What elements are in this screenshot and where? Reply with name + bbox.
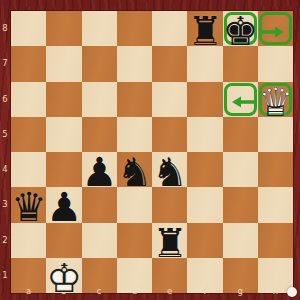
- black-pawn-glyph: ♟: [46, 187, 82, 227]
- square-c7[interactable]: [82, 46, 117, 81]
- black-knight-glyph: ♞: [117, 152, 153, 192]
- white-queen-h6[interactable]: ♛♕: [258, 82, 293, 117]
- black-knight-glyph: ♞: [152, 152, 188, 192]
- black-rook-glyph: ♜: [152, 223, 188, 263]
- board-frame: ♜♚♛♕♟♞♞♛♟♜♚♔ 87654321abcdefgh: [0, 0, 300, 300]
- square-a4[interactable]: [11, 152, 46, 187]
- square-f2[interactable]: [187, 223, 222, 258]
- square-a5[interactable]: [11, 117, 46, 152]
- black-king-g8[interactable]: ♚: [223, 11, 258, 46]
- square-e6[interactable]: [152, 82, 187, 117]
- square-b1[interactable]: ♚♔: [46, 258, 81, 293]
- white-to-move-indicator: [287, 287, 297, 297]
- rank-label-5: 5: [0, 130, 10, 139]
- square-c5[interactable]: [82, 117, 117, 152]
- square-a3[interactable]: ♛: [11, 187, 46, 222]
- square-f3[interactable]: [187, 187, 222, 222]
- square-b6[interactable]: [46, 82, 81, 117]
- highlight-h8: [259, 12, 292, 45]
- square-g8[interactable]: ♚: [223, 11, 258, 46]
- square-c2[interactable]: [82, 223, 117, 258]
- square-f4[interactable]: [187, 152, 222, 187]
- square-g4[interactable]: [223, 152, 258, 187]
- rank-label-2: 2: [0, 236, 10, 245]
- square-a1[interactable]: [11, 258, 46, 293]
- square-d8[interactable]: [117, 11, 152, 46]
- square-a6[interactable]: [11, 82, 46, 117]
- square-b5[interactable]: [46, 117, 81, 152]
- black-rook-f8[interactable]: ♜: [187, 11, 222, 46]
- black-queen-a3[interactable]: ♛: [11, 187, 46, 222]
- square-d7[interactable]: [117, 46, 152, 81]
- square-b7[interactable]: [46, 46, 81, 81]
- black-rook-glyph: ♜: [187, 11, 223, 51]
- rank-label-3: 3: [0, 200, 10, 209]
- square-b8[interactable]: [46, 11, 81, 46]
- highlight-g6: [224, 83, 257, 116]
- square-h8[interactable]: [258, 11, 293, 46]
- square-h2[interactable]: [258, 223, 293, 258]
- square-h4[interactable]: [258, 152, 293, 187]
- move-arrow-h6-g6: [232, 93, 257, 105]
- square-d1[interactable]: [117, 258, 152, 293]
- square-e2[interactable]: ♜: [152, 223, 187, 258]
- square-g2[interactable]: [223, 223, 258, 258]
- square-c4[interactable]: ♟: [82, 152, 117, 187]
- square-c1[interactable]: [82, 258, 117, 293]
- black-queen-glyph: ♛: [11, 187, 47, 227]
- rank-label-7: 7: [0, 59, 10, 68]
- square-g1[interactable]: [223, 258, 258, 293]
- square-f8[interactable]: ♜: [187, 11, 222, 46]
- square-d2[interactable]: [117, 223, 152, 258]
- square-g5[interactable]: [223, 117, 258, 152]
- square-e5[interactable]: [152, 117, 187, 152]
- square-c6[interactable]: [82, 82, 117, 117]
- square-g3[interactable]: [223, 187, 258, 222]
- white-king-b1[interactable]: ♚♔: [46, 258, 81, 293]
- square-a8[interactable]: [11, 11, 46, 46]
- square-e7[interactable]: [152, 46, 187, 81]
- square-f1[interactable]: [187, 258, 222, 293]
- rank-label-1: 1: [0, 271, 10, 280]
- square-f6[interactable]: [187, 82, 222, 117]
- white-king-glyph: ♔: [46, 258, 82, 298]
- square-g6[interactable]: [223, 82, 258, 117]
- square-d6[interactable]: [117, 82, 152, 117]
- rank-label-4: 4: [0, 165, 10, 174]
- square-b4[interactable]: [46, 152, 81, 187]
- square-e8[interactable]: [152, 11, 187, 46]
- square-d5[interactable]: [117, 117, 152, 152]
- white-queen-glyph: ♕: [258, 82, 294, 122]
- square-b3[interactable]: ♟: [46, 187, 81, 222]
- black-knight-d4[interactable]: ♞: [117, 152, 152, 187]
- black-pawn-glyph: ♟: [82, 152, 118, 192]
- rank-label-6: 6: [0, 95, 10, 104]
- black-pawn-c4[interactable]: ♟: [82, 152, 117, 187]
- square-h3[interactable]: [258, 187, 293, 222]
- rank-label-8: 8: [0, 24, 10, 33]
- square-a7[interactable]: [11, 46, 46, 81]
- square-d4[interactable]: ♞: [117, 152, 152, 187]
- chess-board: ♜♚♛♕♟♞♞♛♟♜♚♔: [11, 11, 293, 293]
- square-c8[interactable]: [82, 11, 117, 46]
- black-knight-e4[interactable]: ♞: [152, 152, 187, 187]
- black-king-glyph: ♚: [223, 11, 259, 51]
- black-pawn-b3[interactable]: ♟: [46, 187, 81, 222]
- move-arrow-g8-h8: [259, 23, 284, 35]
- square-h7[interactable]: [258, 46, 293, 81]
- black-rook-e2[interactable]: ♜: [152, 223, 187, 258]
- square-h6[interactable]: ♛♕: [258, 82, 293, 117]
- square-e4[interactable]: ♞: [152, 152, 187, 187]
- square-f5[interactable]: [187, 117, 222, 152]
